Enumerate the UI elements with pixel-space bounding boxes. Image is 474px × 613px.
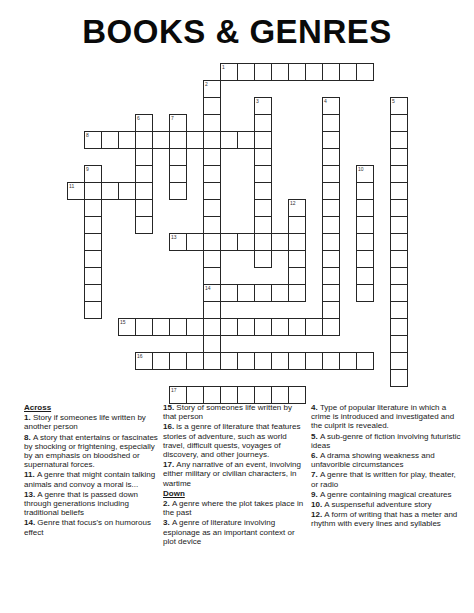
clue-item: 15. Story of someones life written by th…: [163, 403, 307, 421]
puzzle-title: BOOKS & GENRES: [0, 13, 474, 51]
grid-cell[interactable]: [390, 318, 408, 336]
grid-cell[interactable]: [322, 148, 340, 166]
grid-cell[interactable]: [237, 63, 255, 81]
clue-column: Across1. Story if someones life written …: [24, 403, 160, 538]
grid-cell[interactable]: [322, 182, 340, 200]
grid-cell[interactable]: [271, 386, 289, 404]
grid-cell[interactable]: [84, 233, 102, 251]
grid-cell[interactable]: [203, 216, 221, 234]
grid-cell[interactable]: [203, 165, 221, 183]
grid-cell[interactable]: [390, 352, 408, 370]
grid-cell[interactable]: [322, 199, 340, 217]
grid-cell[interactable]: [254, 131, 272, 149]
grid-cell[interactable]: [84, 199, 102, 217]
grid-cell[interactable]: [322, 284, 340, 302]
grid-cell[interactable]: [288, 318, 306, 336]
grid-cell[interactable]: [152, 352, 170, 370]
grid-cell[interactable]: [322, 233, 340, 251]
clue-item: 7. A genre that is written for play, the…: [311, 470, 463, 488]
grid-cell[interactable]: [220, 233, 238, 251]
cell-number: 3: [255, 97, 259, 104]
grid-cell[interactable]: [237, 318, 255, 336]
grid-cell[interactable]: [390, 335, 408, 353]
grid-cell[interactable]: [203, 148, 221, 166]
grid-cell[interactable]: [169, 165, 187, 183]
grid-cell[interactable]: [135, 199, 153, 217]
grid-cell[interactable]: [390, 199, 408, 217]
grid-cell[interactable]: [135, 131, 153, 149]
grid-cell[interactable]: [169, 148, 187, 166]
grid-cell[interactable]: [237, 352, 255, 370]
grid-cell[interactable]: [203, 301, 221, 319]
grid-cell[interactable]: [271, 284, 289, 302]
grid-cell[interactable]: [203, 250, 221, 268]
grid-cell[interactable]: [84, 284, 102, 302]
grid-cell[interactable]: [254, 250, 272, 268]
grid-cell[interactable]: [237, 131, 255, 149]
grid-cell[interactable]: [288, 267, 306, 285]
grid-cell[interactable]: [186, 233, 204, 251]
grid-cell[interactable]: [390, 284, 408, 302]
cell-number: 10: [357, 165, 364, 172]
clue-item: 8. A story that entertains or fascinates…: [24, 433, 160, 470]
cell-number: 1: [221, 63, 225, 70]
grid-cell[interactable]: [288, 284, 306, 302]
grid-cell[interactable]: [254, 165, 272, 183]
grid-cell[interactable]: [101, 182, 119, 200]
grid-cell[interactable]: [322, 318, 340, 336]
clue-item: 10. A suspenseful adventure story: [311, 500, 463, 509]
grid-cell[interactable]: [135, 318, 153, 336]
grid-cell[interactable]: [169, 352, 187, 370]
grid-cell[interactable]: [271, 63, 289, 81]
grid-cell[interactable]: [356, 352, 374, 370]
cell-number: 6: [136, 114, 140, 121]
grid-cell[interactable]: [356, 216, 374, 234]
grid-cell[interactable]: [254, 352, 272, 370]
grid-cell[interactable]: [322, 165, 340, 183]
grid-cell[interactable]: [271, 352, 289, 370]
grid-cell[interactable]: [84, 250, 102, 268]
grid-cell[interactable]: [203, 386, 221, 404]
grid-cell[interactable]: [356, 250, 374, 268]
grid-cell[interactable]: [254, 148, 272, 166]
grid-cell[interactable]: [220, 318, 238, 336]
grid-cell[interactable]: [203, 97, 221, 115]
grid-cell[interactable]: [305, 318, 323, 336]
grid-cell[interactable]: [339, 63, 357, 81]
grid-cell[interactable]: [254, 182, 272, 200]
grid-cell[interactable]: [390, 165, 408, 183]
clue-item: 3. A genre of literature involving espio…: [163, 518, 307, 546]
crossword-page: BOOKS & GENRES 1234567891011121314151617…: [0, 0, 474, 613]
grid-cell[interactable]: [254, 114, 272, 132]
grid-cell[interactable]: [322, 267, 340, 285]
clue-item: 11. A genre that might contain talking a…: [24, 470, 160, 488]
grid-cell[interactable]: [186, 352, 204, 370]
cell-number: 11: [68, 182, 74, 189]
grid-cell[interactable]: [390, 131, 408, 149]
grid-cell[interactable]: [271, 233, 289, 251]
grid-cell[interactable]: [288, 216, 306, 234]
cell-number: 15: [119, 318, 126, 325]
grid-cell[interactable]: [152, 318, 170, 336]
clue-item: 17. Any narrative of an event, involving…: [163, 460, 307, 488]
grid-cell[interactable]: [152, 131, 170, 149]
grid-cell[interactable]: [356, 63, 374, 81]
grid-cell[interactable]: [135, 148, 153, 166]
grid-cell[interactable]: [390, 216, 408, 234]
grid-cell[interactable]: [203, 131, 221, 149]
grid-cell[interactable]: [356, 233, 374, 251]
grid-cell[interactable]: [169, 131, 187, 149]
grid-cell[interactable]: [203, 182, 221, 200]
grid-cell[interactable]: [118, 182, 136, 200]
grid-cell[interactable]: [118, 131, 136, 149]
cell-number: 4: [323, 97, 327, 104]
grid-cell[interactable]: [322, 250, 340, 268]
grid-cell[interactable]: [84, 301, 102, 319]
grid-cell[interactable]: [135, 216, 153, 234]
grid-cell[interactable]: [390, 114, 408, 132]
grid-cell[interactable]: [186, 386, 204, 404]
grid-cell[interactable]: [305, 352, 323, 370]
grid-cell[interactable]: [186, 318, 204, 336]
grid-cell[interactable]: [220, 352, 238, 370]
grid-cell[interactable]: [339, 352, 357, 370]
grid-cell[interactable]: [288, 63, 306, 81]
grid-cell[interactable]: [390, 267, 408, 285]
cell-number: 8: [85, 131, 89, 138]
grid-cell[interactable]: [203, 352, 221, 370]
grid-cell[interactable]: [322, 301, 340, 319]
cell-number: 7: [170, 114, 174, 121]
grid-cell[interactable]: [356, 284, 374, 302]
grid-cell[interactable]: [390, 233, 408, 251]
grid-cell[interactable]: [84, 267, 102, 285]
grid-cell[interactable]: [101, 131, 119, 149]
clue-item: 6. A drama showing weakness and unfavori…: [311, 451, 463, 469]
grid-cell[interactable]: [203, 267, 221, 285]
grid-cell[interactable]: [322, 114, 340, 132]
grid-cell[interactable]: [237, 233, 255, 251]
grid-cell[interactable]: [220, 284, 238, 302]
grid-cell[interactable]: [84, 182, 102, 200]
grid-cell[interactable]: [220, 131, 238, 149]
grid-cell[interactable]: [254, 233, 272, 251]
grid-cell[interactable]: [203, 114, 221, 132]
grid-cell[interactable]: [356, 199, 374, 217]
crossword-grid: 1234567891011121314151617: [67, 63, 409, 405]
clue-item: 2. A genre where the plot takes place in…: [163, 499, 307, 517]
cell-number: 16: [136, 352, 143, 359]
grid-cell[interactable]: [254, 284, 272, 302]
grid-cell[interactable]: [288, 386, 306, 404]
grid-cell[interactable]: [186, 131, 204, 149]
clue-item: 16. is a genre of literature that featur…: [163, 422, 307, 459]
grid-cell[interactable]: [322, 63, 340, 81]
grid-cell[interactable]: [135, 182, 153, 200]
grid-cell[interactable]: [169, 182, 187, 200]
clue-item: 1. Story if someones life written by ano…: [24, 413, 160, 431]
grid-cell[interactable]: [203, 335, 221, 353]
grid-cell[interactable]: [254, 318, 272, 336]
clue-item: 4. Type of popular literature in which a…: [311, 403, 463, 431]
grid-cell[interactable]: [254, 216, 272, 234]
grid-cell[interactable]: [254, 386, 272, 404]
grid-cell[interactable]: [356, 182, 374, 200]
cell-number: 9: [85, 165, 89, 172]
grid-cell[interactable]: [390, 182, 408, 200]
grid-cell[interactable]: [203, 233, 221, 251]
cell-number: 14: [204, 284, 211, 291]
cell-number: 17: [170, 386, 177, 393]
clue-item: 13. A genre that is passed down through …: [24, 490, 160, 518]
cell-number: 12: [289, 199, 296, 206]
grid-cell[interactable]: [237, 386, 255, 404]
grid-cell[interactable]: [271, 318, 289, 336]
grid-cell[interactable]: [169, 318, 187, 336]
cell-number: 2: [204, 80, 208, 87]
grid-cell[interactable]: [305, 63, 323, 81]
cell-number: 5: [391, 97, 395, 104]
grid-cell[interactable]: [322, 131, 340, 149]
grid-cell[interactable]: [84, 216, 102, 234]
grid-cell[interactable]: [288, 352, 306, 370]
grid-cell[interactable]: [356, 267, 374, 285]
grid-cell[interactable]: [254, 63, 272, 81]
cell-number: 13: [170, 233, 177, 240]
grid-cell[interactable]: [322, 352, 340, 370]
grid-cell[interactable]: [288, 250, 306, 268]
grid-cell[interactable]: [288, 233, 306, 251]
grid-cell[interactable]: [390, 148, 408, 166]
grid-cell[interactable]: [254, 199, 272, 217]
grid-cell[interactable]: [322, 216, 340, 234]
grid-cell[interactable]: [237, 284, 255, 302]
grid-cell[interactable]: [390, 301, 408, 319]
grid-cell[interactable]: [390, 369, 408, 387]
grid-cell[interactable]: [203, 318, 221, 336]
grid-cell[interactable]: [135, 165, 153, 183]
clue-item: 9. A genre containing magical creatures: [311, 490, 463, 499]
down-header: Down: [163, 489, 307, 498]
clue-item: 12. A form of writing that has a meter a…: [311, 510, 463, 528]
across-header: Across: [24, 403, 160, 412]
clue-item: 14. Genre that focus's on humorous effec…: [24, 518, 160, 536]
clue-column: 4. Type of popular literature in which a…: [311, 403, 463, 530]
grid-cell[interactable]: [390, 250, 408, 268]
clue-item: 5. A sub-genre of fiction involving futu…: [311, 432, 463, 450]
grid-cell[interactable]: [203, 199, 221, 217]
clue-column: 15. Story of someones life written by th…: [163, 403, 307, 547]
grid-cell[interactable]: [220, 386, 238, 404]
